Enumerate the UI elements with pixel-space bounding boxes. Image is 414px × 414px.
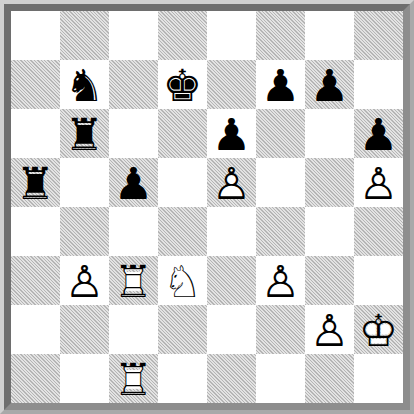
square-h1[interactable] bbox=[354, 354, 403, 403]
square-d5[interactable] bbox=[158, 158, 207, 207]
square-a8[interactable] bbox=[11, 11, 60, 60]
square-g3[interactable] bbox=[305, 256, 354, 305]
square-c2[interactable] bbox=[109, 305, 158, 354]
square-b2[interactable] bbox=[60, 305, 109, 354]
square-f7[interactable]: ♟ bbox=[256, 60, 305, 109]
square-d8[interactable] bbox=[158, 11, 207, 60]
chess-diagram: ♞♚♟♟♜♟♟♜♟♟♙♟♙♟♙♜♖♞♘♟♙♟♙♚♔♜♖ bbox=[0, 0, 414, 414]
square-g5[interactable] bbox=[305, 158, 354, 207]
square-e4[interactable] bbox=[207, 207, 256, 256]
square-e1[interactable] bbox=[207, 354, 256, 403]
square-f3[interactable]: ♟♙ bbox=[256, 256, 305, 305]
square-e2[interactable] bbox=[207, 305, 256, 354]
square-a4[interactable] bbox=[11, 207, 60, 256]
square-f5[interactable] bbox=[256, 158, 305, 207]
square-h5[interactable]: ♟♙ bbox=[354, 158, 403, 207]
square-c8[interactable] bbox=[109, 11, 158, 60]
white-pawn-icon: ♙ bbox=[354, 158, 403, 207]
white-rook-icon: ♖ bbox=[109, 354, 158, 403]
black-knight-icon: ♞ bbox=[60, 60, 109, 109]
square-h2[interactable]: ♚♔ bbox=[354, 305, 403, 354]
square-f8[interactable] bbox=[256, 11, 305, 60]
square-d3[interactable]: ♞♘ bbox=[158, 256, 207, 305]
square-h8[interactable] bbox=[354, 11, 403, 60]
square-f4[interactable] bbox=[256, 207, 305, 256]
square-a2[interactable] bbox=[11, 305, 60, 354]
square-a3[interactable] bbox=[11, 256, 60, 305]
square-a6[interactable] bbox=[11, 109, 60, 158]
square-g4[interactable] bbox=[305, 207, 354, 256]
square-g1[interactable] bbox=[305, 354, 354, 403]
square-f2[interactable] bbox=[256, 305, 305, 354]
board-frame-bevel: ♞♚♟♟♜♟♟♜♟♟♙♟♙♟♙♜♖♞♘♟♙♟♙♚♔♜♖ bbox=[4, 4, 410, 410]
square-a5[interactable]: ♜ bbox=[11, 158, 60, 207]
black-pawn-icon: ♟ bbox=[354, 109, 403, 158]
black-king-icon: ♚ bbox=[158, 60, 207, 109]
black-rook-icon: ♜ bbox=[60, 109, 109, 158]
board-frame-outer: ♞♚♟♟♜♟♟♜♟♟♙♟♙♟♙♜♖♞♘♟♙♟♙♚♔♜♖ bbox=[0, 0, 414, 414]
square-h4[interactable] bbox=[354, 207, 403, 256]
square-b5[interactable] bbox=[60, 158, 109, 207]
square-b7[interactable]: ♞ bbox=[60, 60, 109, 109]
black-pawn-icon: ♟ bbox=[109, 158, 158, 207]
square-g8[interactable] bbox=[305, 11, 354, 60]
white-king-icon: ♔ bbox=[354, 305, 403, 354]
square-d4[interactable] bbox=[158, 207, 207, 256]
square-c3[interactable]: ♜♖ bbox=[109, 256, 158, 305]
square-c6[interactable] bbox=[109, 109, 158, 158]
chess-board: ♞♚♟♟♜♟♟♜♟♟♙♟♙♟♙♜♖♞♘♟♙♟♙♚♔♜♖ bbox=[11, 11, 403, 403]
square-g6[interactable] bbox=[305, 109, 354, 158]
square-g7[interactable]: ♟ bbox=[305, 60, 354, 109]
black-pawn-icon: ♟ bbox=[305, 60, 354, 109]
white-pawn-icon: ♙ bbox=[256, 256, 305, 305]
black-pawn-icon: ♟ bbox=[256, 60, 305, 109]
square-d6[interactable] bbox=[158, 109, 207, 158]
square-c4[interactable] bbox=[109, 207, 158, 256]
square-e6[interactable]: ♟ bbox=[207, 109, 256, 158]
square-a1[interactable] bbox=[11, 354, 60, 403]
square-f1[interactable] bbox=[256, 354, 305, 403]
square-f6[interactable] bbox=[256, 109, 305, 158]
square-e5[interactable]: ♟♙ bbox=[207, 158, 256, 207]
square-d2[interactable] bbox=[158, 305, 207, 354]
square-b6[interactable]: ♜ bbox=[60, 109, 109, 158]
square-b4[interactable] bbox=[60, 207, 109, 256]
square-c1[interactable]: ♜♖ bbox=[109, 354, 158, 403]
square-d7[interactable]: ♚ bbox=[158, 60, 207, 109]
square-g2[interactable]: ♟♙ bbox=[305, 305, 354, 354]
white-pawn-icon: ♙ bbox=[305, 305, 354, 354]
white-pawn-icon: ♙ bbox=[207, 158, 256, 207]
square-c7[interactable] bbox=[109, 60, 158, 109]
square-b3[interactable]: ♟♙ bbox=[60, 256, 109, 305]
square-d1[interactable] bbox=[158, 354, 207, 403]
black-rook-icon: ♜ bbox=[11, 158, 60, 207]
square-e3[interactable] bbox=[207, 256, 256, 305]
white-rook-icon: ♖ bbox=[109, 256, 158, 305]
square-h6[interactable]: ♟ bbox=[354, 109, 403, 158]
square-b8[interactable] bbox=[60, 11, 109, 60]
white-knight-icon: ♘ bbox=[158, 256, 207, 305]
black-pawn-icon: ♟ bbox=[207, 109, 256, 158]
square-h7[interactable] bbox=[354, 60, 403, 109]
square-e7[interactable] bbox=[207, 60, 256, 109]
square-e8[interactable] bbox=[207, 11, 256, 60]
square-b1[interactable] bbox=[60, 354, 109, 403]
square-a7[interactable] bbox=[11, 60, 60, 109]
white-pawn-icon: ♙ bbox=[60, 256, 109, 305]
square-c5[interactable]: ♟ bbox=[109, 158, 158, 207]
square-h3[interactable] bbox=[354, 256, 403, 305]
